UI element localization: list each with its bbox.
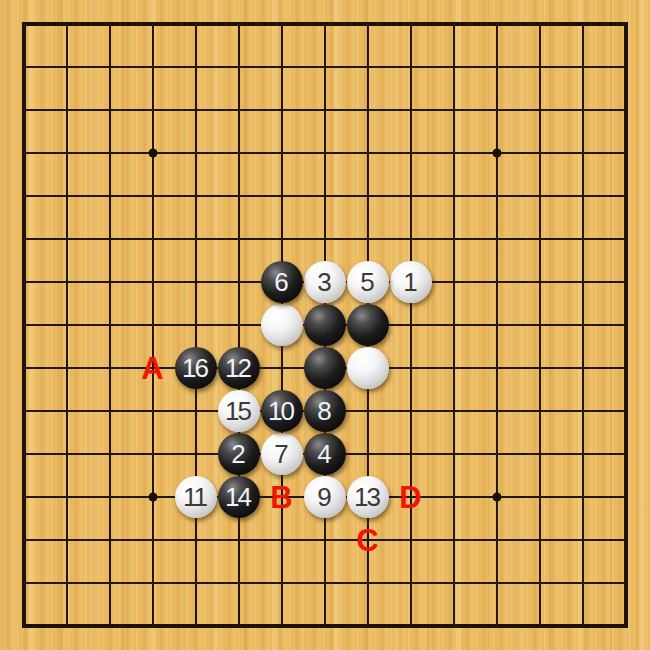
star-point — [148, 148, 157, 157]
setup-stone-black[interactable] — [304, 304, 346, 346]
setup-stone-white[interactable] — [261, 304, 303, 346]
move-number: 11 — [183, 484, 208, 510]
move-number: 7 — [274, 441, 288, 467]
stone-black-move-16[interactable]: 16 — [175, 347, 217, 389]
stone-white-move-7[interactable]: 7 — [261, 433, 303, 475]
stone-white-move-13[interactable]: 13 — [347, 476, 389, 518]
move-number: 9 — [317, 484, 331, 510]
stone-white-move-15[interactable]: 15 — [218, 390, 260, 432]
annotation-label-C[interactable]: C — [346, 518, 389, 561]
star-point — [492, 148, 501, 157]
move-number: 8 — [317, 398, 331, 424]
annotation-label-A[interactable]: A — [131, 346, 174, 389]
move-number: 5 — [360, 269, 374, 295]
move-number: 2 — [231, 441, 245, 467]
stone-white-move-9[interactable]: 9 — [304, 476, 346, 518]
grid-line-horizontal — [24, 582, 626, 584]
move-number: 13 — [354, 484, 381, 510]
move-number: 4 — [317, 441, 331, 467]
star-point — [148, 492, 157, 501]
grid-line-vertical — [453, 24, 455, 626]
stone-black-move-4[interactable]: 4 — [304, 433, 346, 475]
move-number: 10 — [268, 398, 295, 424]
setup-stone-white[interactable] — [347, 347, 389, 389]
annotation-label-D[interactable]: D — [389, 475, 432, 518]
move-number: 6 — [274, 269, 288, 295]
move-number: 14 — [225, 484, 252, 510]
stone-black-move-10[interactable]: 10 — [261, 390, 303, 432]
stone-black-move-8[interactable]: 8 — [304, 390, 346, 432]
grid-line-horizontal — [24, 539, 626, 541]
stone-black-move-2[interactable]: 2 — [218, 433, 260, 475]
setup-stone-black[interactable] — [304, 347, 346, 389]
annotation-label-B[interactable]: B — [260, 475, 303, 518]
stone-black-move-14[interactable]: 14 — [218, 476, 260, 518]
stone-white-move-3[interactable]: 3 — [304, 261, 346, 303]
move-number: 12 — [225, 355, 252, 381]
move-number: 3 — [317, 269, 331, 295]
stone-black-move-12[interactable]: 12 — [218, 347, 260, 389]
stone-black-move-6[interactable]: 6 — [261, 261, 303, 303]
grid-line-vertical — [496, 24, 498, 626]
go-board[interactable]: 12345678910111213141516ABCD — [0, 0, 650, 650]
stone-white-move-1[interactable]: 1 — [390, 261, 432, 303]
move-number: 15 — [225, 398, 252, 424]
stone-white-move-11[interactable]: 11 — [175, 476, 217, 518]
grid-line-vertical — [539, 24, 541, 626]
grid-line-vertical — [582, 24, 584, 626]
setup-stone-black[interactable] — [347, 304, 389, 346]
move-number: 1 — [403, 269, 417, 295]
grid-line-vertical — [410, 24, 412, 626]
star-point — [492, 492, 501, 501]
move-number: 16 — [182, 355, 209, 381]
stone-white-move-5[interactable]: 5 — [347, 261, 389, 303]
